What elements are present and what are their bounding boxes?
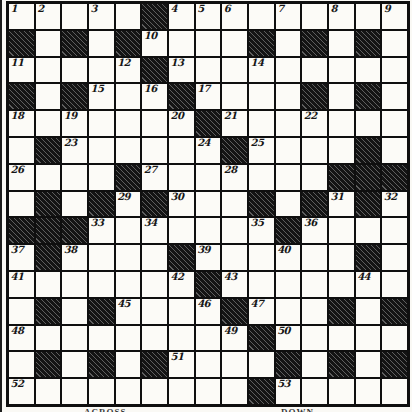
letter-cell[interactable]	[62, 192, 87, 217]
block-cell	[249, 192, 274, 217]
letter-cell[interactable]: 36	[302, 218, 327, 243]
letter-cell[interactable]: 43	[222, 272, 247, 297]
clue-number: 10	[144, 30, 157, 42]
letter-cell[interactable]	[62, 58, 87, 83]
block-cell	[356, 165, 381, 190]
clue-number: 36	[304, 217, 317, 229]
clue-number: 2	[37, 3, 43, 15]
letter-cell[interactable]	[276, 165, 301, 190]
letter-cell[interactable]: 33	[89, 218, 114, 243]
clue-number: 50	[277, 325, 290, 337]
block-cell	[89, 299, 114, 324]
block-cell	[36, 218, 61, 243]
block-cell	[169, 84, 194, 109]
letter-cell[interactable]	[276, 31, 301, 56]
letter-cell[interactable]: 34	[142, 218, 167, 243]
letter-cell[interactable]	[329, 379, 354, 404]
letter-cell[interactable]	[89, 245, 114, 270]
letter-cell[interactable]	[89, 272, 114, 297]
letter-cell[interactable]	[36, 165, 61, 190]
letter-cell[interactable]: 52	[9, 379, 34, 404]
letter-cell[interactable]: 53	[276, 379, 301, 404]
letter-cell[interactable]: 29	[116, 192, 141, 217]
block-cell	[302, 31, 327, 56]
block-cell	[9, 31, 34, 56]
block-cell	[142, 192, 167, 217]
letter-cell[interactable]	[249, 245, 274, 270]
clue-number: 11	[11, 57, 24, 69]
letter-cell[interactable]	[36, 272, 61, 297]
block-cell	[142, 58, 167, 83]
letter-cell[interactable]: 28	[222, 165, 247, 190]
letter-cell[interactable]	[36, 379, 61, 404]
letter-cell[interactable]: 35	[249, 218, 274, 243]
letter-cell[interactable]	[276, 272, 301, 297]
letter-cell[interactable]: 8	[329, 4, 354, 29]
letter-cell[interactable]	[116, 272, 141, 297]
block-cell	[329, 352, 354, 377]
letter-cell[interactable]: 2	[36, 4, 61, 29]
clue-number: 19	[64, 110, 77, 122]
letter-cell[interactable]: 14	[249, 58, 274, 83]
clue-number: 33	[90, 217, 103, 229]
block-cell	[36, 245, 61, 270]
letter-cell[interactable]: 38	[62, 245, 87, 270]
letter-cell[interactable]	[9, 138, 34, 163]
letter-cell[interactable]	[382, 111, 407, 136]
letter-cell[interactable]: 4	[169, 4, 194, 29]
block-cell	[249, 379, 274, 404]
letter-cell[interactable]	[302, 58, 327, 83]
clue-number: 45	[117, 298, 130, 310]
clue-number: 39	[197, 244, 210, 256]
letter-cell[interactable]	[302, 4, 327, 29]
letter-cell[interactable]: 25	[249, 138, 274, 163]
letter-cell[interactable]	[116, 379, 141, 404]
letter-cell[interactable]	[62, 165, 87, 190]
letter-cell[interactable]	[329, 272, 354, 297]
letter-cell[interactable]: 48	[9, 326, 34, 351]
letter-cell[interactable]: 37	[9, 245, 34, 270]
letter-cell[interactable]	[89, 379, 114, 404]
block-cell	[169, 245, 194, 270]
letter-cell[interactable]	[302, 245, 327, 270]
clue-number: 29	[117, 191, 130, 203]
letter-cell[interactable]	[169, 326, 194, 351]
letter-cell[interactable]: 13	[169, 58, 194, 83]
letter-cell[interactable]	[142, 299, 167, 324]
letter-cell[interactable]	[116, 326, 141, 351]
letter-cell[interactable]: 46	[196, 299, 221, 324]
letter-cell[interactable]	[276, 138, 301, 163]
letter-cell[interactable]	[329, 58, 354, 83]
letter-cell[interactable]	[302, 165, 327, 190]
letter-cell[interactable]	[89, 165, 114, 190]
block-cell	[196, 272, 221, 297]
letter-cell[interactable]: 12	[116, 58, 141, 83]
clue-number: 4	[170, 3, 176, 15]
letter-cell[interactable]: 23	[62, 138, 87, 163]
letter-cell[interactable]	[36, 111, 61, 136]
letter-cell[interactable]	[116, 84, 141, 109]
letter-cell[interactable]	[196, 352, 221, 377]
letter-cell[interactable]: 39	[196, 245, 221, 270]
letter-cell[interactable]	[89, 326, 114, 351]
clue-number: 20	[170, 110, 183, 122]
block-cell	[36, 192, 61, 217]
letter-cell[interactable]	[36, 84, 61, 109]
letter-cell[interactable]: 50	[276, 326, 301, 351]
letter-cell[interactable]: 3	[89, 4, 114, 29]
letter-cell[interactable]	[356, 111, 381, 136]
letter-cell[interactable]	[329, 218, 354, 243]
block-cell	[276, 352, 301, 377]
letter-cell[interactable]: 7	[276, 4, 301, 29]
letter-cell[interactable]	[382, 58, 407, 83]
letter-cell[interactable]	[249, 111, 274, 136]
letter-cell[interactable]: 45	[116, 299, 141, 324]
letter-cell[interactable]	[356, 299, 381, 324]
clue-number: 24	[197, 137, 210, 149]
letter-cell[interactable]: 51	[169, 352, 194, 377]
block-cell	[62, 84, 87, 109]
letter-cell[interactable]	[276, 58, 301, 83]
letter-cell[interactable]: 41	[9, 272, 34, 297]
letter-cell[interactable]	[89, 138, 114, 163]
letter-cell[interactable]	[249, 84, 274, 109]
letter-cell[interactable]	[329, 31, 354, 56]
letter-cell[interactable]	[382, 379, 407, 404]
letter-cell[interactable]: 17	[196, 84, 221, 109]
block-cell	[9, 84, 34, 109]
clue-number: 52	[11, 378, 24, 390]
clue-number: 32	[384, 191, 397, 203]
block-cell	[142, 352, 167, 377]
letter-cell[interactable]	[249, 272, 274, 297]
letter-cell[interactable]: 18	[9, 111, 34, 136]
letter-cell[interactable]	[222, 58, 247, 83]
clue-number: 28	[224, 164, 237, 176]
letter-cell[interactable]	[329, 111, 354, 136]
crossword-board: 1234567891011121314151617181920212223242…	[6, 1, 410, 407]
clue-number: 43	[224, 271, 237, 283]
letter-cell[interactable]	[249, 4, 274, 29]
letter-cell[interactable]: 47	[249, 299, 274, 324]
letter-cell[interactable]	[142, 138, 167, 163]
letter-cell[interactable]	[276, 111, 301, 136]
letter-cell[interactable]	[382, 245, 407, 270]
block-cell	[302, 192, 327, 217]
letter-cell[interactable]	[89, 58, 114, 83]
letter-cell[interactable]	[142, 111, 167, 136]
letter-cell[interactable]	[222, 218, 247, 243]
letter-cell[interactable]	[276, 192, 301, 217]
letter-cell[interactable]	[89, 111, 114, 136]
clue-number: 6	[224, 3, 230, 15]
letter-cell[interactable]: 15	[89, 84, 114, 109]
clue-number: 21	[224, 110, 237, 122]
clue-number: 44	[357, 271, 370, 283]
block-cell	[196, 111, 221, 136]
letter-cell[interactable]	[169, 165, 194, 190]
letter-cell[interactable]	[196, 165, 221, 190]
block-cell	[249, 326, 274, 351]
clue-number: 17	[197, 83, 210, 95]
block-cell	[382, 299, 407, 324]
letter-cell[interactable]	[382, 218, 407, 243]
letter-cell[interactable]	[302, 379, 327, 404]
letter-cell[interactable]: 10	[142, 31, 167, 56]
clue-number: 13	[170, 57, 183, 69]
letter-cell[interactable]	[302, 138, 327, 163]
letter-cell[interactable]	[169, 218, 194, 243]
clue-number: 15	[90, 83, 103, 95]
letter-cell[interactable]	[382, 31, 407, 56]
letter-cell[interactable]	[9, 192, 34, 217]
letter-cell[interactable]: 5	[196, 4, 221, 29]
clue-number: 22	[304, 110, 317, 122]
block-cell	[89, 352, 114, 377]
letter-cell[interactable]	[302, 272, 327, 297]
letter-cell[interactable]: 40	[276, 245, 301, 270]
clue-number: 26	[11, 164, 24, 176]
block-cell	[222, 138, 247, 163]
letter-cell[interactable]	[249, 352, 274, 377]
letter-cell[interactable]	[222, 379, 247, 404]
block-cell	[36, 352, 61, 377]
block-cell	[276, 218, 301, 243]
clue-number: 27	[144, 164, 157, 176]
letter-cell[interactable]	[329, 84, 354, 109]
clue-number: 31	[330, 191, 343, 203]
clue-number: 30	[170, 191, 183, 203]
letter-cell[interactable]	[142, 326, 167, 351]
letter-cell[interactable]	[329, 138, 354, 163]
letter-cell[interactable]: 31	[329, 192, 354, 217]
letter-cell[interactable]	[249, 165, 274, 190]
clue-number: 5	[197, 3, 203, 15]
clue-number: 51	[170, 351, 183, 363]
block-cell	[36, 138, 61, 163]
letter-cell[interactable]	[36, 31, 61, 56]
block-cell	[356, 31, 381, 56]
block-cell	[62, 218, 87, 243]
puzzle-page: 1234567891011121314151617181920212223242…	[0, 0, 412, 412]
letter-cell[interactable]	[302, 299, 327, 324]
letter-cell[interactable]	[222, 245, 247, 270]
letter-cell[interactable]	[36, 58, 61, 83]
across-label: ACROSS	[84, 407, 127, 412]
letter-cell[interactable]	[9, 299, 34, 324]
letter-cell[interactable]: 32	[382, 192, 407, 217]
letter-cell[interactable]	[382, 138, 407, 163]
letter-cell[interactable]	[196, 379, 221, 404]
letter-cell[interactable]	[196, 192, 221, 217]
block-cell	[9, 218, 34, 243]
letter-cell[interactable]: 11	[9, 58, 34, 83]
block-cell	[142, 4, 167, 29]
clue-number: 1	[11, 3, 17, 15]
letter-cell[interactable]: 42	[169, 272, 194, 297]
letter-cell[interactable]	[196, 31, 221, 56]
letter-cell[interactable]	[62, 299, 87, 324]
letter-cell[interactable]: 30	[169, 192, 194, 217]
letter-cell[interactable]	[89, 31, 114, 56]
clue-number: 34	[144, 217, 157, 229]
block-cell	[382, 352, 407, 377]
letter-cell[interactable]	[142, 245, 167, 270]
clue-number: 3	[90, 3, 96, 15]
clue-number: 12	[117, 57, 130, 69]
block-cell	[222, 299, 247, 324]
letter-cell[interactable]	[382, 84, 407, 109]
letter-cell[interactable]	[276, 299, 301, 324]
letter-cell[interactable]	[62, 379, 87, 404]
block-cell	[116, 31, 141, 56]
clue-number: 16	[144, 83, 157, 95]
block-cell	[382, 165, 407, 190]
letter-cell[interactable]	[356, 218, 381, 243]
letter-cell[interactable]	[116, 138, 141, 163]
block-cell	[356, 192, 381, 217]
letter-cell[interactable]	[356, 4, 381, 29]
letter-cell[interactable]	[329, 245, 354, 270]
clue-number: 37	[11, 244, 24, 256]
clue-number: 38	[64, 244, 77, 256]
letter-cell[interactable]: 22	[302, 111, 327, 136]
letter-cell[interactable]	[116, 352, 141, 377]
letter-cell[interactable]	[62, 272, 87, 297]
letter-cell[interactable]	[36, 326, 61, 351]
block-cell	[356, 138, 381, 163]
letter-cell[interactable]	[9, 352, 34, 377]
block-cell	[302, 84, 327, 109]
clue-number: 7	[277, 3, 283, 15]
letter-cell[interactable]	[169, 31, 194, 56]
letter-cell[interactable]	[302, 326, 327, 351]
letter-cell[interactable]: 1	[9, 4, 34, 29]
letter-cell[interactable]: 44	[356, 272, 381, 297]
letter-cell[interactable]: 21	[222, 111, 247, 136]
letter-cell[interactable]	[222, 31, 247, 56]
letter-cell[interactable]	[62, 352, 87, 377]
block-cell	[116, 165, 141, 190]
letter-cell[interactable]: 24	[196, 138, 221, 163]
clue-number: 53	[277, 378, 290, 390]
letter-cell[interactable]: 16	[142, 84, 167, 109]
clue-number: 14	[250, 57, 263, 69]
letter-cell[interactable]	[382, 272, 407, 297]
block-cell	[62, 31, 87, 56]
block-cell	[89, 192, 114, 217]
letter-cell[interactable]: 49	[222, 326, 247, 351]
clue-number: 40	[277, 244, 290, 256]
letter-cell[interactable]	[169, 379, 194, 404]
letter-cell[interactable]: 27	[142, 165, 167, 190]
clue-number: 35	[250, 217, 263, 229]
letter-cell[interactable]	[222, 84, 247, 109]
clue-number: 46	[197, 298, 210, 310]
letter-cell[interactable]	[116, 4, 141, 29]
page-edge-line	[0, 0, 2, 412]
clue-number: 23	[64, 137, 77, 149]
letter-cell[interactable]	[196, 58, 221, 83]
clue-number: 42	[170, 271, 183, 283]
letter-cell[interactable]	[222, 352, 247, 377]
letter-cell[interactable]	[169, 299, 194, 324]
letter-cell[interactable]	[142, 272, 167, 297]
letter-cell[interactable]	[196, 326, 221, 351]
down-label: DOWN	[281, 407, 314, 412]
block-cell	[36, 299, 61, 324]
letter-cell[interactable]	[329, 326, 354, 351]
clue-number: 9	[384, 3, 390, 15]
clue-number: 49	[224, 325, 237, 337]
clue-number: 25	[250, 137, 263, 149]
clue-number: 8	[330, 3, 336, 15]
letter-cell[interactable]: 9	[382, 4, 407, 29]
letter-cell[interactable]	[356, 379, 381, 404]
block-cell	[329, 165, 354, 190]
letter-cell[interactable]	[62, 326, 87, 351]
letter-cell[interactable]	[196, 218, 221, 243]
letter-cell[interactable]: 26	[9, 165, 34, 190]
letter-cell[interactable]: 19	[62, 111, 87, 136]
clue-number: 48	[11, 325, 24, 337]
letter-cell[interactable]	[116, 111, 141, 136]
letter-cell[interactable]	[302, 352, 327, 377]
letter-cell[interactable]	[62, 4, 87, 29]
block-cell	[356, 84, 381, 109]
letter-cell[interactable]	[356, 326, 381, 351]
letter-cell[interactable]	[222, 192, 247, 217]
block-cell	[249, 31, 274, 56]
clue-number: 18	[11, 110, 24, 122]
letter-cell[interactable]	[276, 84, 301, 109]
letter-cell[interactable]: 20	[169, 111, 194, 136]
letter-cell[interactable]	[116, 245, 141, 270]
letter-cell[interactable]	[382, 326, 407, 351]
letter-cell[interactable]	[116, 218, 141, 243]
clue-number: 41	[11, 271, 24, 283]
letter-cell[interactable]	[356, 58, 381, 83]
block-cell	[329, 299, 354, 324]
letter-cell[interactable]	[356, 352, 381, 377]
letter-cell[interactable]: 6	[222, 4, 247, 29]
block-cell	[356, 245, 381, 270]
letter-cell[interactable]	[142, 379, 167, 404]
letter-cell[interactable]	[169, 138, 194, 163]
clue-number: 47	[250, 298, 263, 310]
